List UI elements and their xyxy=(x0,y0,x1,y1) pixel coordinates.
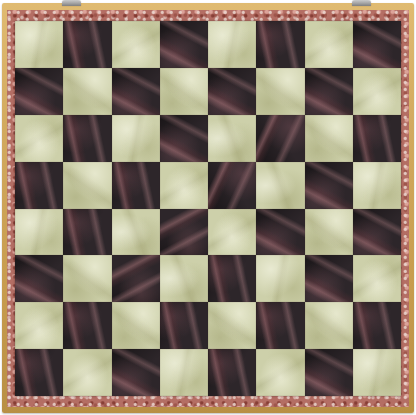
square-f3[interactable] xyxy=(256,255,304,302)
square-b1[interactable] xyxy=(63,349,111,396)
square-g7[interactable] xyxy=(305,68,353,115)
square-e8[interactable] xyxy=(208,21,256,68)
square-c5[interactable] xyxy=(112,162,160,209)
square-h6[interactable] xyxy=(353,115,401,162)
square-c3[interactable] xyxy=(112,255,160,302)
square-e7[interactable] xyxy=(208,68,256,115)
square-b5[interactable] xyxy=(63,162,111,209)
square-d3[interactable] xyxy=(160,255,208,302)
square-h5[interactable] xyxy=(353,162,401,209)
square-a7[interactable] xyxy=(15,68,63,115)
square-d5[interactable] xyxy=(160,162,208,209)
square-h7[interactable] xyxy=(353,68,401,115)
square-f5[interactable] xyxy=(256,162,304,209)
square-h1[interactable] xyxy=(353,349,401,396)
square-a8[interactable] xyxy=(15,21,63,68)
square-g8[interactable] xyxy=(305,21,353,68)
square-b6[interactable] xyxy=(63,115,111,162)
square-d8[interactable] xyxy=(160,21,208,68)
square-f1[interactable] xyxy=(256,349,304,396)
square-h8[interactable] xyxy=(353,21,401,68)
square-f6[interactable] xyxy=(256,115,304,162)
square-d2[interactable] xyxy=(160,302,208,349)
square-f7[interactable] xyxy=(256,68,304,115)
square-c6[interactable] xyxy=(112,115,160,162)
square-b2[interactable] xyxy=(63,302,111,349)
square-a3[interactable] xyxy=(15,255,63,302)
square-c8[interactable] xyxy=(112,21,160,68)
square-a4[interactable] xyxy=(15,209,63,256)
square-d7[interactable] xyxy=(160,68,208,115)
square-e4[interactable] xyxy=(208,209,256,256)
square-h2[interactable] xyxy=(353,302,401,349)
square-e6[interactable] xyxy=(208,115,256,162)
square-e5[interactable] xyxy=(208,162,256,209)
marble-border xyxy=(7,10,409,407)
square-g5[interactable] xyxy=(305,162,353,209)
square-a6[interactable] xyxy=(15,115,63,162)
square-f4[interactable] xyxy=(256,209,304,256)
square-b7[interactable] xyxy=(63,68,111,115)
photo-background xyxy=(0,0,416,415)
square-h4[interactable] xyxy=(353,209,401,256)
hinge-left-icon xyxy=(62,0,81,6)
square-d4[interactable] xyxy=(160,209,208,256)
square-e3[interactable] xyxy=(208,255,256,302)
square-g1[interactable] xyxy=(305,349,353,396)
square-a2[interactable] xyxy=(15,302,63,349)
square-d1[interactable] xyxy=(160,349,208,396)
square-f8[interactable] xyxy=(256,21,304,68)
square-g3[interactable] xyxy=(305,255,353,302)
square-e2[interactable] xyxy=(208,302,256,349)
square-c2[interactable] xyxy=(112,302,160,349)
square-g4[interactable] xyxy=(305,209,353,256)
square-c7[interactable] xyxy=(112,68,160,115)
square-c4[interactable] xyxy=(112,209,160,256)
square-b3[interactable] xyxy=(63,255,111,302)
square-g2[interactable] xyxy=(305,302,353,349)
square-b8[interactable] xyxy=(63,21,111,68)
square-d6[interactable] xyxy=(160,115,208,162)
board-wood-frame xyxy=(2,3,414,413)
square-e1[interactable] xyxy=(208,349,256,396)
chess-board xyxy=(15,21,401,396)
square-a5[interactable] xyxy=(15,162,63,209)
hinge-right-icon xyxy=(352,0,371,6)
square-g6[interactable] xyxy=(305,115,353,162)
square-f2[interactable] xyxy=(256,302,304,349)
square-c1[interactable] xyxy=(112,349,160,396)
square-a1[interactable] xyxy=(15,349,63,396)
square-h3[interactable] xyxy=(353,255,401,302)
square-b4[interactable] xyxy=(63,209,111,256)
